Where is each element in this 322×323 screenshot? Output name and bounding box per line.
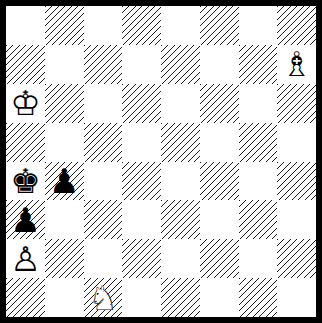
square-h4 [277,162,316,201]
square-a8 [6,6,45,45]
piece-white-pawn-a2: ♟♙ [6,239,45,278]
square-g8 [239,6,278,45]
piece-black-pawn-b4: ♟ [45,162,84,201]
square-g5 [239,123,278,162]
square-a2: ♟♙ [6,239,45,278]
square-d6 [122,84,161,123]
square-f7 [200,45,239,84]
square-h7: ♝♗ [277,45,316,84]
square-b5 [45,123,84,162]
square-d4 [122,162,161,201]
square-b3 [45,200,84,239]
piece-outline-glyph: ♗ [277,45,316,84]
square-d5 [122,123,161,162]
piece-white-knight-c1: ♞♘ [84,278,123,317]
piece-solid-glyph: ♟ [45,162,84,201]
square-c8 [84,6,123,45]
square-h6 [277,84,316,123]
chess-board-grid: ♝♗♚♔♚♟♟♟♙♞♘ [6,6,316,317]
piece-outline-glyph: ♘ [84,278,123,317]
square-e1 [161,278,200,317]
square-b7 [45,45,84,84]
square-f8 [200,6,239,45]
square-f2 [200,239,239,278]
square-c2 [84,239,123,278]
square-c1: ♞♘ [84,278,123,317]
piece-solid-glyph: ♚ [6,162,45,201]
square-f1 [200,278,239,317]
square-a5 [6,123,45,162]
square-a4: ♚ [6,162,45,201]
square-d8 [122,6,161,45]
square-f5 [200,123,239,162]
square-c4 [84,162,123,201]
square-f4 [200,162,239,201]
square-g1 [239,278,278,317]
square-c5 [84,123,123,162]
square-d7 [122,45,161,84]
square-g2 [239,239,278,278]
piece-white-bishop-h7: ♝♗ [277,45,316,84]
square-e5 [161,123,200,162]
square-e3 [161,200,200,239]
square-g7 [239,45,278,84]
square-h3 [277,200,316,239]
square-e4 [161,162,200,201]
square-b8 [45,6,84,45]
square-f3 [200,200,239,239]
square-h2 [277,239,316,278]
square-a6: ♚♔ [6,84,45,123]
square-a1 [6,278,45,317]
square-h5 [277,123,316,162]
square-c3 [84,200,123,239]
square-g6 [239,84,278,123]
piece-black-pawn-a3: ♟ [6,200,45,239]
square-d1 [122,278,161,317]
piece-solid-glyph: ♟ [6,200,45,239]
piece-outline-glyph: ♙ [6,239,45,278]
chess-board: ♝♗♚♔♚♟♟♟♙♞♘ [0,0,322,323]
square-e6 [161,84,200,123]
square-g3 [239,200,278,239]
square-c6 [84,84,123,123]
square-e2 [161,239,200,278]
square-b6 [45,84,84,123]
piece-outline-glyph: ♔ [6,84,45,123]
square-e8 [161,6,200,45]
square-b4: ♟ [45,162,84,201]
square-e7 [161,45,200,84]
square-c7 [84,45,123,84]
square-b1 [45,278,84,317]
square-h1 [277,278,316,317]
square-d2 [122,239,161,278]
square-f6 [200,84,239,123]
piece-black-king-a4: ♚ [6,162,45,201]
square-a7 [6,45,45,84]
square-a3: ♟ [6,200,45,239]
square-b2 [45,239,84,278]
piece-white-king-a6: ♚♔ [6,84,45,123]
square-d3 [122,200,161,239]
square-g4 [239,162,278,201]
square-h8 [277,6,316,45]
